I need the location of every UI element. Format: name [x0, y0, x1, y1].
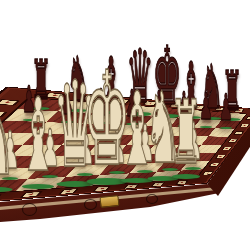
chess-set-photo: ✦✦✦✦✦✦✦✦✦✦✦✦✦✦✦✦✦✦✦✦✦✦✦✦✦✦✦✦✦✦✦✦ ♜♞♝♛♚♝♞… — [0, 0, 250, 250]
white-bishop-glyph: ♝ — [20, 86, 57, 187]
black-pawn-glyph: ♟ — [219, 90, 233, 127]
pieces-layer: ♜♞♝♛♚♝♞♜♟♟♟♟♟♟♟♟♟♟♟♟♟♟♟♟♜♞♝♛♚♝♞♜ — [0, 0, 250, 250]
white-knight-glyph: ♞ — [0, 92, 15, 190]
white-rook-glyph: ♜ — [170, 89, 202, 177]
